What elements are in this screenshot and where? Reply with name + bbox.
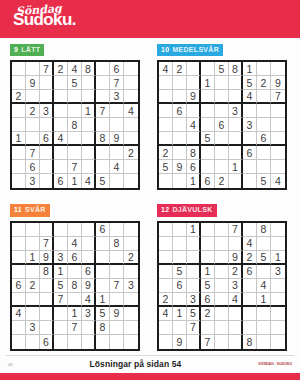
difficulty-label: SVÅR: [25, 206, 46, 214]
cell-r3c8: 5: [257, 251, 271, 265]
cell-r4c7: [243, 104, 257, 118]
cell-r2c4: [54, 76, 68, 90]
cell-r8c5: 7: [68, 321, 82, 335]
cell-r1c7: 1: [243, 62, 257, 76]
cell-r7c3: 8: [187, 146, 201, 160]
puzzle-12: 12 DJÄVULSK 1784925151263653423641415279…: [157, 198, 287, 350]
sudoku-grid-10: 4258115299476346356286596116254: [157, 60, 287, 190]
cell-r3c3: 9: [187, 90, 201, 104]
cell-r2c8: [257, 237, 271, 251]
cell-r1c3: [40, 223, 54, 237]
cell-r9c9: 4: [271, 174, 285, 188]
cell-r2c1: [12, 76, 26, 90]
cell-r9c6: 4: [82, 174, 96, 188]
cell-r3c7: [96, 90, 110, 104]
cell-r6c3: [40, 293, 54, 307]
cell-r6c8: 6: [257, 132, 271, 146]
cell-r4c4: [201, 104, 215, 118]
cell-r1c4: [54, 223, 68, 237]
cell-r1c5: 5: [215, 62, 229, 76]
cell-r4c5: [215, 265, 229, 279]
cell-r6c1: 1: [12, 132, 26, 146]
cell-r8c3: 6: [187, 160, 201, 174]
cell-r8c7: [96, 160, 110, 174]
cell-r9c7: 8: [243, 335, 257, 349]
cell-r2c2: [26, 237, 40, 251]
cell-r1c3: [187, 62, 201, 76]
cell-r5c2: 6: [173, 279, 187, 293]
cell-r5c8: 4: [257, 279, 271, 293]
cell-r7c7: [96, 146, 110, 160]
cell-r2c3: 7: [40, 237, 54, 251]
cell-r9c7: 5: [96, 174, 110, 188]
cell-r1c6: 8: [229, 62, 243, 76]
cell-r5c8: 7: [110, 279, 124, 293]
puzzle-11: 11 SVÅR 6748193628166258973741413593786: [10, 198, 140, 350]
cell-r7c5: [68, 146, 82, 160]
cell-r8c8: [257, 321, 271, 335]
cell-r5c6: [82, 118, 96, 132]
cell-r9c5: [68, 335, 82, 349]
cell-r2c1: [159, 237, 173, 251]
cell-r1c8: 8: [257, 223, 271, 237]
cell-r5c4: 5: [201, 279, 215, 293]
cell-r1c8: 6: [110, 62, 124, 76]
cell-r1c2: 2: [173, 62, 187, 76]
page-number: 48: [8, 362, 12, 367]
cell-r4c1: [12, 265, 26, 279]
cell-r1c9: [124, 62, 138, 76]
cell-r7c5: [215, 146, 229, 160]
cell-r5c4: [201, 118, 215, 132]
cell-r8c6: [82, 321, 96, 335]
cell-r2c4: [201, 237, 215, 251]
cell-r5c5: 6: [215, 118, 229, 132]
cell-r8c9: [271, 160, 285, 174]
cell-r6c2: [173, 132, 187, 146]
cell-r4c7: [96, 265, 110, 279]
cell-r6c7: 8: [96, 132, 110, 146]
cell-r6c2: [26, 132, 40, 146]
cell-r4c7: 7: [96, 104, 110, 118]
cell-r7c7: 6: [243, 146, 257, 160]
cell-r8c5: 7: [68, 160, 82, 174]
cell-r8c2: 6: [26, 160, 40, 174]
cell-r1c9: [271, 62, 285, 76]
cell-r7c4: [54, 146, 68, 160]
cell-r7c2: 7: [26, 146, 40, 160]
cell-r7c1: 2: [159, 146, 173, 160]
cell-r3c2: [26, 90, 40, 104]
header-banner: Söndag Sudoku.: [0, 0, 300, 38]
puzzle-9: 9 LÄTT 7248695723231748164897267436145: [10, 38, 140, 190]
cell-r9c5: [215, 335, 229, 349]
cell-r3c1: [12, 251, 26, 265]
cell-r1c5: 4: [68, 62, 82, 76]
cell-r1c4: 2: [54, 62, 68, 76]
cell-r5c3: [187, 279, 201, 293]
cell-r3c8: [257, 90, 271, 104]
cell-r5c3: [40, 279, 54, 293]
cell-r9c2: 3: [26, 174, 40, 188]
cell-r6c9: [124, 132, 138, 146]
cell-r7c6: 3: [82, 307, 96, 321]
cell-r9c4: 7: [201, 335, 215, 349]
cell-r4c6: 1: [82, 104, 96, 118]
cell-r4c3: [187, 265, 201, 279]
cell-r7c7: 5: [96, 307, 110, 321]
cell-r4c1: [12, 104, 26, 118]
cell-r5c7: [243, 279, 257, 293]
cell-r3c7: 2: [243, 251, 257, 265]
cell-r6c1: [159, 132, 173, 146]
cell-r6c8: [110, 293, 124, 307]
cell-r8c2: [173, 321, 187, 335]
cell-r9c3: [187, 335, 201, 349]
cell-r7c8: [257, 307, 271, 321]
cell-r6c8: 9: [110, 132, 124, 146]
cell-r2c7: 4: [243, 237, 257, 251]
cell-r2c5: [215, 76, 229, 90]
cell-r4c8: [257, 104, 271, 118]
cell-r6c3: [187, 132, 201, 146]
cell-r7c4: [54, 307, 68, 321]
cell-r2c2: 9: [26, 76, 40, 90]
cell-r5c2: [26, 118, 40, 132]
puzzle-number: 12: [161, 206, 169, 214]
cell-r3c8: 3: [110, 90, 124, 104]
cell-r2c9: [271, 237, 285, 251]
cell-r7c9: [271, 307, 285, 321]
bottom-red-bar: [0, 373, 300, 380]
cell-r6c2: [26, 293, 40, 307]
cell-r8c1: 5: [159, 160, 173, 174]
cell-r4c2: 5: [173, 265, 187, 279]
cell-r3c3: [40, 90, 54, 104]
cell-r7c6: [229, 307, 243, 321]
cell-r6c2: [173, 293, 187, 307]
cell-r4c6: 2: [229, 265, 243, 279]
difficulty-badge-9: 9 LÄTT: [10, 44, 44, 56]
cell-r4c2: [26, 265, 40, 279]
cell-r5c1: 6: [12, 279, 26, 293]
cell-r8c6: [82, 160, 96, 174]
page-footer: 48 Lösningar på sidan 54 SÖNDAG · SUDOKU: [0, 355, 300, 380]
cell-r9c2: 9: [173, 335, 187, 349]
cell-r8c9: [271, 321, 285, 335]
cell-r6c4: 5: [201, 132, 215, 146]
cell-r5c2: 2: [26, 279, 40, 293]
puzzle-number: 9: [14, 46, 18, 54]
cell-r3c2: 1: [26, 251, 40, 265]
cell-r9c1: [159, 335, 173, 349]
cell-r5c6: [229, 118, 243, 132]
cell-r1c5: [68, 223, 82, 237]
cell-r7c1: 4: [159, 307, 173, 321]
magazine-page: Söndag Sudoku. 9 LÄTT 724869572323174816…: [0, 0, 300, 380]
difficulty-badge-11: 11 SVÅR: [10, 204, 50, 216]
cell-r9c7: [243, 174, 257, 188]
cell-r3c4: 3: [54, 251, 68, 265]
cell-r4c2: 6: [173, 104, 187, 118]
cell-r2c8: 7: [110, 76, 124, 90]
cell-r9c4: 6: [201, 174, 215, 188]
cell-r7c2: 1: [173, 307, 187, 321]
cell-r2c2: [173, 237, 187, 251]
cell-r1c2: [26, 223, 40, 237]
cell-r2c7: [96, 237, 110, 251]
cell-r4c9: 4: [124, 104, 138, 118]
cell-r8c8: 4: [110, 160, 124, 174]
cell-r5c1: [159, 279, 173, 293]
cell-r3c9: 1: [271, 251, 285, 265]
cell-r4c8: [257, 265, 271, 279]
cell-r9c4: 6: [54, 174, 68, 188]
cell-r7c3: [40, 307, 54, 321]
cell-r3c9: 2: [124, 251, 138, 265]
cell-r9c5: 1: [68, 174, 82, 188]
cell-r8c8: [257, 160, 271, 174]
cell-r8c5: [215, 160, 229, 174]
cell-r4c9: [271, 104, 285, 118]
cell-r4c5: [68, 104, 82, 118]
cell-r8c4: [201, 160, 215, 174]
cell-r6c7: 1: [96, 293, 110, 307]
cell-r3c7: [96, 251, 110, 265]
cell-r4c5: [68, 265, 82, 279]
cell-r7c8: 9: [110, 307, 124, 321]
cell-r4c3: [187, 104, 201, 118]
cell-r4c7: 6: [243, 265, 257, 279]
cell-r5c8: [257, 118, 271, 132]
cell-r6c6: [229, 132, 243, 146]
cell-r7c3: 5: [187, 307, 201, 321]
cell-r5c7: 3: [243, 118, 257, 132]
cell-r2c3: [187, 76, 201, 90]
cell-r9c6: [229, 335, 243, 349]
cell-r4c9: 3: [271, 265, 285, 279]
cell-r5c6: 9: [82, 279, 96, 293]
cell-r8c1: [159, 321, 173, 335]
cell-r9c9: [271, 335, 285, 349]
difficulty-badge-12: 12 DJÄVULSK: [157, 204, 217, 216]
cell-r5c4: 5: [54, 279, 68, 293]
cell-r6c1: [12, 293, 26, 307]
cell-r1c1: [12, 223, 26, 237]
puzzle-area: 9 LÄTT 7248695723231748164897267436145 1…: [10, 38, 290, 351]
cell-r9c1: [12, 174, 26, 188]
cell-r8c2: 3: [26, 321, 40, 335]
cell-r5c5: [215, 279, 229, 293]
cell-r7c4: [201, 146, 215, 160]
cell-r3c6: [82, 251, 96, 265]
cell-r7c1: 4: [12, 307, 26, 321]
cell-r8c2: 9: [173, 160, 187, 174]
cell-r1c8: [257, 62, 271, 76]
cell-r2c4: 1: [201, 76, 215, 90]
cell-r6c5: [68, 132, 82, 146]
cell-r3c4: [54, 90, 68, 104]
cell-r8c9: [124, 321, 138, 335]
cell-r2c5: 5: [68, 76, 82, 90]
cell-r5c1: [12, 118, 26, 132]
cell-r8c4: [201, 321, 215, 335]
cell-r5c3: [40, 118, 54, 132]
cell-r9c6: [82, 335, 96, 349]
cell-r4c9: [124, 265, 138, 279]
cell-r8c3: [40, 160, 54, 174]
cell-r3c8: [110, 251, 124, 265]
cell-r2c5: 4: [68, 237, 82, 251]
cell-r6c5: [215, 132, 229, 146]
cell-r2c6: [229, 76, 243, 90]
cell-r8c6: [229, 321, 243, 335]
cell-r7c9: 2: [124, 146, 138, 160]
cell-r3c9: [124, 90, 138, 104]
cell-r1c9: [124, 223, 138, 237]
cell-r1c4: [201, 223, 215, 237]
cell-r8c9: [124, 160, 138, 174]
cell-r3c5: [215, 90, 229, 104]
cell-r9c3: 6: [40, 335, 54, 349]
cell-r1c1: 4: [159, 62, 173, 76]
cell-r2c5: [215, 237, 229, 251]
cell-r6c3: 6: [40, 132, 54, 146]
cell-r9c3: 1: [187, 174, 201, 188]
cell-r7c8: [257, 146, 271, 160]
cell-r5c6: 3: [229, 279, 243, 293]
cell-r9c6: [229, 174, 243, 188]
cell-r3c1: [159, 251, 173, 265]
cell-r1c1: [159, 223, 173, 237]
cell-r6c7: [243, 132, 257, 146]
difficulty-label: LÄTT: [21, 46, 40, 54]
cell-r7c7: [243, 307, 257, 321]
cell-r7c4: 2: [201, 307, 215, 321]
cell-r3c7: 4: [243, 90, 257, 104]
cell-r1c5: [215, 223, 229, 237]
issue-mark: SÖNDAG · SUDOKU: [258, 362, 292, 366]
cell-r4c1: [159, 104, 173, 118]
cell-r5c7: [96, 279, 110, 293]
cell-r2c8: 8: [110, 237, 124, 251]
cell-r9c5: 2: [215, 174, 229, 188]
cell-r1c7: [96, 62, 110, 76]
cell-r4c4: [54, 104, 68, 118]
cell-r7c5: 1: [68, 307, 82, 321]
cell-r4c8: [110, 265, 124, 279]
cell-r6c5: [68, 293, 82, 307]
cell-r9c8: [257, 335, 271, 349]
cell-r9c8: 5: [257, 174, 271, 188]
cell-r3c6: [82, 90, 96, 104]
cell-r2c6: [82, 76, 96, 90]
cell-r4c5: [215, 104, 229, 118]
cell-r4c1: [159, 265, 173, 279]
cell-r9c9: [124, 335, 138, 349]
cell-r1c6: 8: [82, 62, 96, 76]
cell-r2c7: [96, 76, 110, 90]
cell-r4c8: [110, 104, 124, 118]
cell-r5c9: [271, 118, 285, 132]
cell-r3c6: [229, 90, 243, 104]
difficulty-badge-10: 10 MEDELSVÅR: [157, 44, 223, 56]
cell-r5c9: [271, 279, 285, 293]
cell-r9c4: [54, 335, 68, 349]
cell-r9c1: [12, 335, 26, 349]
cell-r7c6: [229, 146, 243, 160]
cell-r2c3: [187, 237, 201, 251]
cell-r7c6: [82, 146, 96, 160]
sudoku-grid-11: 6748193628166258973741413593786: [10, 221, 140, 351]
cell-r9c9: [124, 174, 138, 188]
cell-r4c4: 1: [201, 265, 215, 279]
cell-r3c3: [187, 251, 201, 265]
cell-r8c8: [110, 321, 124, 335]
cell-r8c6: 1: [229, 160, 243, 174]
cell-r5c5: 8: [68, 118, 82, 132]
cell-r5c3: 4: [187, 118, 201, 132]
cell-r2c9: [124, 237, 138, 251]
cell-r3c5: [215, 251, 229, 265]
sondag-sudoku-logo: Söndag Sudoku.: [13, 4, 76, 28]
puzzle-10: 10 MEDELSVÅR 425811529947634635628659611…: [157, 38, 287, 190]
sudoku-grid-12: 178492515126365342364141527978: [157, 221, 287, 351]
cell-r9c8: [110, 174, 124, 188]
cell-r6c1: 2: [159, 293, 173, 307]
cell-r2c1: [12, 237, 26, 251]
cell-r8c1: [12, 160, 26, 174]
cell-r7c2: [26, 307, 40, 321]
sudoku-grid-9: 7248695723231748164897267436145: [10, 60, 140, 190]
cell-r9c2: [26, 335, 40, 349]
puzzle-number: 10: [161, 46, 169, 54]
cell-r8c7: [243, 160, 257, 174]
cell-r5c8: [110, 118, 124, 132]
cell-r1c7: 6: [96, 223, 110, 237]
cell-r2c1: [159, 76, 173, 90]
cell-r1c1: [12, 62, 26, 76]
cell-r8c5: [215, 321, 229, 335]
cell-r4c4: 1: [54, 265, 68, 279]
cell-r6c4: 4: [54, 132, 68, 146]
cell-r5c9: [124, 118, 138, 132]
cell-r6c6: 4: [82, 293, 96, 307]
cell-r6c4: 7: [54, 293, 68, 307]
difficulty-label: MEDELSVÅR: [172, 46, 219, 54]
cell-r3c2: [173, 251, 187, 265]
cell-r3c1: 2: [12, 90, 26, 104]
cell-r3c6: 9: [229, 251, 243, 265]
cell-r2c9: [124, 76, 138, 90]
cell-r6c3: 3: [187, 293, 201, 307]
cell-r5c7: [96, 118, 110, 132]
cell-r6c5: [215, 293, 229, 307]
cell-r5c4: [54, 118, 68, 132]
cell-r8c4: [54, 321, 68, 335]
cell-r3c5: 6: [68, 251, 82, 265]
cell-r7c9: [271, 146, 285, 160]
cell-r7c1: [12, 146, 26, 160]
cell-r9c3: [40, 174, 54, 188]
cell-r7c9: [124, 307, 138, 321]
cell-r1c6: [82, 223, 96, 237]
cell-r1c7: [243, 223, 257, 237]
cell-r2c4: [54, 237, 68, 251]
cell-r3c5: [68, 90, 82, 104]
cell-r1c3: 7: [40, 62, 54, 76]
puzzle-number: 11: [14, 206, 22, 214]
